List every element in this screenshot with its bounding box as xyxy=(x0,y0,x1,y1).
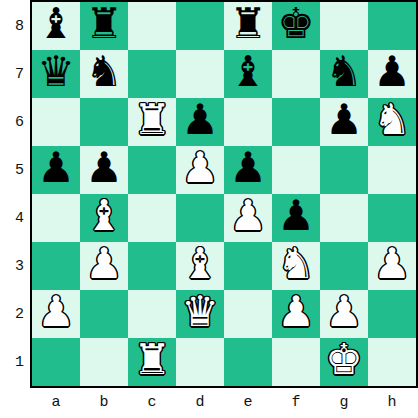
white-q-piece-d2[interactable]: ♛ xyxy=(181,288,219,336)
square-c6[interactable]: ♜ xyxy=(128,98,176,146)
square-e5[interactable]: ♟ xyxy=(224,146,272,194)
black-p-piece-a5[interactable]: ♟ xyxy=(37,144,75,192)
file-label-c: c xyxy=(128,390,176,414)
file-label-d: d xyxy=(176,390,224,414)
rank-label-5: 5 xyxy=(0,146,28,194)
square-c5[interactable] xyxy=(128,146,176,194)
black-n-piece-b7[interactable]: ♞ xyxy=(85,48,123,96)
white-p-piece-f2[interactable]: ♟ xyxy=(277,288,315,336)
square-f6[interactable] xyxy=(272,98,320,146)
square-b8[interactable]: ♜ xyxy=(80,2,128,50)
chessboard: ♝♜♜♚♛♞♝♞♟♜♟♟♞♟♟♟♟♝♟♟♟♝♞♟♟♛♟♟♜♚ xyxy=(30,0,418,388)
square-a6[interactable] xyxy=(32,98,80,146)
square-g7[interactable]: ♞ xyxy=(320,50,368,98)
square-f7[interactable] xyxy=(272,50,320,98)
square-d2[interactable]: ♛ xyxy=(176,290,224,338)
square-c2[interactable] xyxy=(128,290,176,338)
square-h7[interactable]: ♟ xyxy=(368,50,416,98)
square-b4[interactable]: ♝ xyxy=(80,194,128,242)
square-d5[interactable]: ♟ xyxy=(176,146,224,194)
file-label-a: a xyxy=(32,390,80,414)
black-k-piece-f8[interactable]: ♚ xyxy=(277,0,315,48)
square-b5[interactable]: ♟ xyxy=(80,146,128,194)
square-c8[interactable] xyxy=(128,2,176,50)
square-f3[interactable]: ♞ xyxy=(272,242,320,290)
square-f8[interactable]: ♚ xyxy=(272,2,320,50)
square-a3[interactable] xyxy=(32,242,80,290)
file-label-b: b xyxy=(80,390,128,414)
square-f5[interactable] xyxy=(272,146,320,194)
white-p-piece-e4[interactable]: ♟ xyxy=(229,192,267,240)
black-r-piece-b8[interactable]: ♜ xyxy=(85,0,123,48)
white-b-piece-b4[interactable]: ♝ xyxy=(85,192,123,240)
square-g1[interactable]: ♚ xyxy=(320,338,368,386)
square-b2[interactable] xyxy=(80,290,128,338)
black-n-piece-g7[interactable]: ♞ xyxy=(325,48,363,96)
square-e7[interactable]: ♝ xyxy=(224,50,272,98)
square-f2[interactable]: ♟ xyxy=(272,290,320,338)
square-a2[interactable]: ♟ xyxy=(32,290,80,338)
rank-label-3: 3 xyxy=(0,242,28,290)
black-p-piece-g6[interactable]: ♟ xyxy=(325,96,363,144)
white-n-piece-h6[interactable]: ♞ xyxy=(373,96,411,144)
black-p-piece-h7[interactable]: ♟ xyxy=(373,48,411,96)
square-b1[interactable] xyxy=(80,338,128,386)
square-d1[interactable] xyxy=(176,338,224,386)
file-label-e: e xyxy=(224,390,272,414)
rank-label-1: 1 xyxy=(0,338,28,386)
square-b7[interactable]: ♞ xyxy=(80,50,128,98)
file-label-g: g xyxy=(320,390,368,414)
square-h4[interactable] xyxy=(368,194,416,242)
square-d3[interactable]: ♝ xyxy=(176,242,224,290)
rank-label-4: 4 xyxy=(0,194,28,242)
square-d7[interactable] xyxy=(176,50,224,98)
square-a7[interactable]: ♛ xyxy=(32,50,80,98)
square-e3[interactable] xyxy=(224,242,272,290)
square-h1[interactable] xyxy=(368,338,416,386)
black-p-piece-b5[interactable]: ♟ xyxy=(85,144,123,192)
square-a5[interactable]: ♟ xyxy=(32,146,80,194)
black-p-piece-f4[interactable]: ♟ xyxy=(277,192,315,240)
square-h2[interactable] xyxy=(368,290,416,338)
square-h6[interactable]: ♞ xyxy=(368,98,416,146)
square-g6[interactable]: ♟ xyxy=(320,98,368,146)
white-p-piece-b3[interactable]: ♟ xyxy=(85,240,123,288)
square-c7[interactable] xyxy=(128,50,176,98)
square-d8[interactable] xyxy=(176,2,224,50)
black-b-piece-a8[interactable]: ♝ xyxy=(37,0,75,48)
white-k-piece-g1[interactable]: ♚ xyxy=(325,336,363,384)
square-g4[interactable] xyxy=(320,194,368,242)
square-b3[interactable]: ♟ xyxy=(80,242,128,290)
rank-label-7: 7 xyxy=(0,50,28,98)
square-h5[interactable] xyxy=(368,146,416,194)
white-r-piece-c6[interactable]: ♜ xyxy=(133,96,171,144)
square-e8[interactable]: ♜ xyxy=(224,2,272,50)
square-e2[interactable] xyxy=(224,290,272,338)
black-r-piece-e8[interactable]: ♜ xyxy=(229,0,267,48)
square-a1[interactable] xyxy=(32,338,80,386)
square-g5[interactable] xyxy=(320,146,368,194)
white-p-piece-h3[interactable]: ♟ xyxy=(373,240,411,288)
white-p-piece-g2[interactable]: ♟ xyxy=(325,288,363,336)
square-e4[interactable]: ♟ xyxy=(224,194,272,242)
white-b-piece-d3[interactable]: ♝ xyxy=(181,240,219,288)
white-p-piece-d5[interactable]: ♟ xyxy=(181,144,219,192)
square-g3[interactable] xyxy=(320,242,368,290)
square-c1[interactable]: ♜ xyxy=(128,338,176,386)
black-b-piece-e7[interactable]: ♝ xyxy=(229,48,267,96)
rank-label-6: 6 xyxy=(0,98,28,146)
black-q-piece-a7[interactable]: ♛ xyxy=(37,48,75,96)
file-label-f: f xyxy=(272,390,320,414)
square-b6[interactable] xyxy=(80,98,128,146)
square-e1[interactable] xyxy=(224,338,272,386)
square-g2[interactable]: ♟ xyxy=(320,290,368,338)
file-label-h: h xyxy=(368,390,416,414)
rank-label-8: 8 xyxy=(0,2,28,50)
square-a4[interactable] xyxy=(32,194,80,242)
rank-label-2: 2 xyxy=(0,290,28,338)
square-a8[interactable]: ♝ xyxy=(32,2,80,50)
square-h8[interactable] xyxy=(368,2,416,50)
white-r-piece-c1[interactable]: ♜ xyxy=(133,336,171,384)
square-d6[interactable]: ♟ xyxy=(176,98,224,146)
square-c4[interactable] xyxy=(128,194,176,242)
square-c3[interactable] xyxy=(128,242,176,290)
square-d4[interactable] xyxy=(176,194,224,242)
square-g8[interactable] xyxy=(320,2,368,50)
chess-app: ♝♜♜♚♛♞♝♞♟♜♟♟♞♟♟♟♟♝♟♟♟♝♞♟♟♛♟♟♜♚ 87654321 … xyxy=(0,0,418,418)
black-p-piece-e5[interactable]: ♟ xyxy=(229,144,267,192)
white-n-piece-f3[interactable]: ♞ xyxy=(277,240,315,288)
square-f4[interactable]: ♟ xyxy=(272,194,320,242)
black-p-piece-d6[interactable]: ♟ xyxy=(181,96,219,144)
square-e6[interactable] xyxy=(224,98,272,146)
white-p-piece-a2[interactable]: ♟ xyxy=(37,288,75,336)
square-h3[interactable]: ♟ xyxy=(368,242,416,290)
square-f1[interactable] xyxy=(272,338,320,386)
